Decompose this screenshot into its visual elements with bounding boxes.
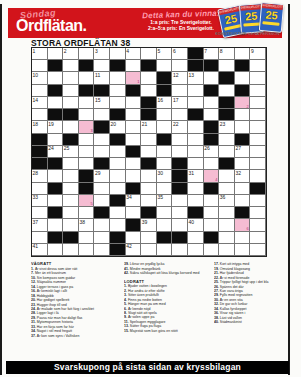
grid-cell[interactable] <box>94 219 110 231</box>
grid-cell[interactable] <box>235 121 251 133</box>
grid-cell[interactable] <box>250 109 266 121</box>
grid-cell[interactable] <box>94 60 110 72</box>
solution-letter-index: 4 <box>215 177 217 182</box>
grid-cell[interactable] <box>219 232 235 244</box>
grid-cell[interactable] <box>250 134 266 146</box>
clue-number: 33 <box>33 194 39 200</box>
black-cell <box>204 85 220 97</box>
black-cell <box>141 60 157 72</box>
grid-cell[interactable]: 13 <box>188 72 204 84</box>
grid-cell[interactable] <box>188 183 204 195</box>
ordflatan-logo: Söndag Ordflätan. <box>16 10 136 38</box>
grid-cell[interactable]: 27 <box>235 146 251 158</box>
clue-number: 31 <box>189 170 195 176</box>
grid-cell[interactable] <box>172 60 188 72</box>
grid-cell[interactable] <box>141 134 157 146</box>
clue-number: 21 <box>142 121 148 127</box>
grid-cell[interactable]: 1 <box>32 48 48 60</box>
prize-line-2: 2:a–5:a pris: En Sverigelott. <box>140 25 222 31</box>
black-cell <box>204 134 220 146</box>
black-cell <box>79 60 95 72</box>
black-cell <box>110 60 126 72</box>
grid-cell[interactable] <box>172 146 188 158</box>
grid-cell[interactable]: 32 <box>235 170 251 182</box>
crossword-grid: 1234567891011112131415161721819320212223… <box>31 47 267 257</box>
clue-number: 25 <box>64 145 70 151</box>
black-cell <box>63 232 79 244</box>
grid-cell[interactable] <box>126 232 142 244</box>
grid-cell[interactable]: 7 <box>204 48 220 60</box>
clue-number: 10 <box>33 72 39 78</box>
grid-cell[interactable] <box>79 146 95 158</box>
grid-cell[interactable] <box>79 244 95 256</box>
grid-cell[interactable] <box>204 109 220 121</box>
grid-cell[interactable] <box>204 195 220 207</box>
grid-cell[interactable] <box>188 134 204 146</box>
clue-number: 41 <box>33 243 39 249</box>
grid-cell[interactable] <box>79 72 95 84</box>
solution-letter-index: 3 <box>91 128 93 133</box>
grid-cell[interactable] <box>141 195 157 207</box>
grid-cell[interactable] <box>219 183 235 195</box>
grid-cell[interactable] <box>48 134 64 146</box>
clue-number: 14 <box>33 97 39 103</box>
clue-number: 20 <box>111 121 117 127</box>
clue-number: 1 <box>33 48 36 54</box>
grid-cell[interactable]: 6 <box>172 48 188 60</box>
grid-cell[interactable] <box>219 170 235 182</box>
grid-cell[interactable] <box>94 183 110 195</box>
grid-cell[interactable] <box>48 244 64 256</box>
grid-cell[interactable] <box>63 170 79 182</box>
grid-cell[interactable] <box>126 158 142 170</box>
clue-number: 26 <box>204 145 210 151</box>
grid-cell[interactable]: 8 <box>219 48 235 60</box>
across-heading: VÅGRÄTT <box>31 262 123 266</box>
black-cell <box>235 134 251 146</box>
clue-number: 3 <box>95 48 98 54</box>
black-cell <box>79 183 95 195</box>
black-cell <box>235 60 251 72</box>
clue-number: 16 <box>157 97 163 103</box>
grid-cell[interactable]: 11 <box>94 72 110 84</box>
grid-cell[interactable] <box>126 170 142 182</box>
grid-cell[interactable] <box>250 207 266 219</box>
grid-cell[interactable] <box>63 219 79 231</box>
grid-cell[interactable] <box>250 170 266 182</box>
grid-cell[interactable] <box>94 134 110 146</box>
grid-cell[interactable] <box>250 195 266 207</box>
clue-number: 13 <box>189 72 195 78</box>
black-cell <box>110 134 126 146</box>
black-cell <box>188 207 204 219</box>
grid-cell[interactable] <box>188 85 204 97</box>
clue-number: 2 <box>64 48 67 54</box>
black-cell <box>110 232 126 244</box>
grid-cell[interactable] <box>110 97 126 109</box>
black-cell <box>48 60 64 72</box>
grid-cell[interactable] <box>110 207 126 219</box>
black-cell <box>126 183 142 195</box>
grid-cell[interactable] <box>79 207 95 219</box>
grid-cell[interactable] <box>157 146 173 158</box>
grid-cell[interactable]: 33 <box>32 195 48 207</box>
black-cell <box>141 207 157 219</box>
grid-cell[interactable] <box>110 219 126 231</box>
black-cell <box>219 97 235 109</box>
grid-cell[interactable] <box>188 232 204 244</box>
grid-cell[interactable]: 10 <box>32 72 48 84</box>
grid-cell[interactable]: 30 <box>157 170 173 182</box>
black-cell <box>219 158 235 170</box>
grid-cell[interactable] <box>250 219 266 231</box>
solution-cell[interactable]: 6 <box>235 219 251 231</box>
grid-cell[interactable] <box>32 60 48 72</box>
grid-cell[interactable]: 22 <box>172 121 188 133</box>
logo-main-ordflatan: Ordflätan. <box>16 17 87 35</box>
grid-cell[interactable]: 26 <box>204 146 220 158</box>
grid-cell[interactable] <box>63 207 79 219</box>
grid-cell[interactable] <box>48 195 64 207</box>
grid-cell[interactable] <box>48 97 64 109</box>
solution-cell[interactable]: 3 <box>79 121 95 133</box>
clue-number: 5 <box>157 48 160 54</box>
grid-cell[interactable] <box>235 232 251 244</box>
grid-cell[interactable] <box>235 48 251 60</box>
grid-cell[interactable]: 37 <box>32 219 48 231</box>
grid-cell[interactable] <box>157 158 173 170</box>
grid-cell[interactable] <box>141 72 157 84</box>
down-heading: LODRÄTT <box>124 279 212 283</box>
black-cell <box>126 146 142 158</box>
grid-cell[interactable] <box>157 219 173 231</box>
grid-cell[interactable] <box>250 158 266 170</box>
black-cell <box>141 97 157 109</box>
grid-cell[interactable] <box>110 146 126 158</box>
solution-letter-index: 1 <box>137 79 139 84</box>
black-cell <box>188 60 204 72</box>
grid-cell[interactable] <box>63 60 79 72</box>
grid-cell[interactable] <box>188 244 204 256</box>
grid-cell[interactable] <box>32 85 48 97</box>
grid-cell[interactable]: 41 <box>32 244 48 256</box>
page-border-right <box>288 4 290 375</box>
grid-cell[interactable]: 14 <box>32 97 48 109</box>
grid-cell[interactable] <box>141 146 157 158</box>
grid-cell[interactable] <box>157 244 173 256</box>
grid-cell[interactable]: 28 <box>32 170 48 182</box>
grid-cell[interactable] <box>94 195 110 207</box>
grid-cell[interactable] <box>79 48 95 60</box>
grid-cell[interactable] <box>126 109 142 121</box>
black-cell <box>94 207 110 219</box>
grid-cell[interactable] <box>172 109 188 121</box>
grid-cell[interactable] <box>63 72 79 84</box>
grid-cell[interactable] <box>110 158 126 170</box>
black-cell <box>219 72 235 84</box>
across-clue: 42. Säkra sällskapet att lösa kluriga ko… <box>124 271 212 275</box>
black-cell <box>172 232 188 244</box>
grid-cell[interactable] <box>48 170 64 182</box>
grid-cell[interactable] <box>219 146 235 158</box>
grid-cell[interactable] <box>235 72 251 84</box>
grid-cell[interactable] <box>110 85 126 97</box>
grid-cell[interactable] <box>235 183 251 195</box>
grid-cell[interactable] <box>79 97 95 109</box>
grid-cell[interactable]: 35 <box>157 195 173 207</box>
grid-cell[interactable] <box>141 48 157 60</box>
grid-cell[interactable] <box>172 85 188 97</box>
grid-cell[interactable] <box>32 183 48 195</box>
clue-number: 32 <box>235 170 241 176</box>
grid-cell[interactable]: 16 <box>157 97 173 109</box>
grid-cell[interactable] <box>126 97 142 109</box>
across-clue: 37. Är kon som syns i Valfisken <box>31 334 123 338</box>
black-cell <box>48 232 64 244</box>
black-cell <box>48 183 64 195</box>
clue-number: 4 <box>126 48 129 54</box>
black-cell <box>235 207 251 219</box>
grid-cell[interactable] <box>172 195 188 207</box>
clue-number: 12 <box>173 72 179 78</box>
clue-number: 6 <box>173 48 176 54</box>
grid-cell[interactable] <box>63 97 79 109</box>
grid-cell[interactable]: 5 <box>157 48 173 60</box>
grid-cell[interactable]: 24 <box>48 146 64 158</box>
grid-cell[interactable] <box>219 134 235 146</box>
black-cell <box>250 183 266 195</box>
constructor-name: LENA PERSSON <box>249 31 280 36</box>
solution-cell[interactable]: 4 <box>204 170 220 182</box>
page-border-left <box>0 4 2 375</box>
grid-cell[interactable] <box>110 48 126 60</box>
grid-cell[interactable] <box>219 244 235 256</box>
clue-number: 40 <box>189 219 195 225</box>
clue-number: 30 <box>157 170 163 176</box>
grid-cell[interactable]: 2 <box>63 48 79 60</box>
grid-cell[interactable] <box>63 244 79 256</box>
grid-cell[interactable] <box>188 195 204 207</box>
down-clue: 15. Majestät som kan göra en stött <box>124 329 212 333</box>
black-cell <box>157 85 173 97</box>
clue-number: 37 <box>33 219 39 225</box>
grid-cell[interactable]: 36 <box>219 195 235 207</box>
grid-cell[interactable]: 25 <box>63 146 79 158</box>
black-cell <box>157 134 173 146</box>
clue-number: 9 <box>251 48 254 54</box>
grid-cell[interactable] <box>157 207 173 219</box>
grid-cell[interactable] <box>157 60 173 72</box>
grid-cell[interactable] <box>141 232 157 244</box>
grid-cell[interactable] <box>219 219 235 231</box>
black-cell <box>63 109 79 121</box>
down-clue: 40. Städmaskinist <box>214 320 287 324</box>
grid-cell[interactable] <box>79 232 95 244</box>
solution-cell[interactable]: 2 <box>235 97 251 109</box>
grid-cell[interactable]: 34 <box>126 195 142 207</box>
black-cell <box>79 170 95 182</box>
grid-cell[interactable] <box>79 134 95 146</box>
grid-cell[interactable] <box>250 85 266 97</box>
grid-cell[interactable] <box>172 244 188 256</box>
grid-cell[interactable] <box>172 134 188 146</box>
grid-cell[interactable] <box>126 207 142 219</box>
black-cell <box>110 244 126 256</box>
black-cell <box>172 170 188 182</box>
grid-cell[interactable] <box>219 60 235 72</box>
solution-cell[interactable]: 1 <box>126 72 142 84</box>
grid-cell[interactable] <box>110 72 126 84</box>
black-cell <box>157 72 173 84</box>
constructor-credit: KONSTRUKTÖR: LENA PERSSON <box>215 31 295 36</box>
grid-cell[interactable] <box>188 146 204 158</box>
black-cell <box>110 109 126 121</box>
grid-cell[interactable]: 29 <box>94 170 110 182</box>
grid-cell[interactable] <box>110 170 126 182</box>
grid-cell[interactable] <box>94 146 110 158</box>
grid-cell[interactable]: 9 <box>250 48 266 60</box>
black-cell <box>204 60 220 72</box>
grid-cell[interactable] <box>94 109 110 121</box>
grid-cell[interactable] <box>219 207 235 219</box>
grid-cell[interactable] <box>48 219 64 231</box>
clue-number: 22 <box>173 121 179 127</box>
grid-cell[interactable] <box>204 72 220 84</box>
clue-number: 18 <box>33 121 39 127</box>
clue-number: 35 <box>157 194 163 200</box>
solution-letter-index: 5 <box>91 201 93 206</box>
grid-cell[interactable] <box>250 72 266 84</box>
grid-cell[interactable] <box>219 85 235 97</box>
grid-cell[interactable] <box>204 244 220 256</box>
grid-cell[interactable] <box>141 244 157 256</box>
black-cell <box>157 232 173 244</box>
black-cell <box>204 121 220 133</box>
grid-cell[interactable] <box>235 244 251 256</box>
grid-cell[interactable] <box>141 183 157 195</box>
grid-cell[interactable] <box>63 195 79 207</box>
grid-cell[interactable]: 17 <box>172 97 188 109</box>
grid-cell[interactable] <box>235 109 251 121</box>
grid-cell[interactable] <box>79 158 95 170</box>
grid-cell[interactable] <box>235 158 251 170</box>
newspaper-page: { "page": { "masthead": { "logo_script":… <box>0 0 301 377</box>
grid-cell[interactable] <box>141 85 157 97</box>
grid-cell[interactable] <box>204 207 220 219</box>
grid-cell[interactable] <box>204 97 220 109</box>
clue-number: 8 <box>220 48 223 54</box>
clue-number: 7 <box>204 48 207 54</box>
black-cell <box>126 219 142 231</box>
clue-number: 11 <box>95 72 100 78</box>
grid-cell[interactable]: 40 <box>188 219 204 231</box>
grid-cell[interactable] <box>141 170 157 182</box>
grid-cell[interactable] <box>250 121 266 133</box>
clue-number: 19 <box>48 121 54 127</box>
grid-cell[interactable]: 20 <box>110 121 126 133</box>
grid-cell[interactable] <box>172 219 188 231</box>
black-cell <box>235 85 251 97</box>
clue-number: 23 <box>220 121 226 127</box>
grid-cell[interactable]: 39 <box>141 219 157 231</box>
grid-cell[interactable]: 42 <box>126 244 142 256</box>
grid-cell[interactable] <box>172 207 188 219</box>
grid-cell[interactable] <box>126 134 142 146</box>
grid-cell[interactable] <box>250 232 266 244</box>
grid-cell[interactable]: 19 <box>48 121 64 133</box>
grid-cell[interactable] <box>126 121 142 133</box>
grid-cell[interactable] <box>126 60 142 72</box>
grid-cell[interactable] <box>235 195 251 207</box>
grid-cell[interactable] <box>250 60 266 72</box>
grid-cell[interactable]: 31 <box>188 170 204 182</box>
grid-cell[interactable] <box>188 97 204 109</box>
grid-cell[interactable]: 4 <box>126 48 142 60</box>
grid-cell[interactable] <box>32 232 48 244</box>
solution-cell[interactable]: 5 <box>79 195 95 207</box>
black-cell <box>48 207 64 219</box>
grid-cell[interactable] <box>188 121 204 133</box>
black-cell <box>79 85 95 97</box>
grid-cell[interactable] <box>32 109 48 121</box>
grid-cell[interactable] <box>204 219 220 231</box>
grid-cell[interactable] <box>94 244 110 256</box>
black-cell <box>110 195 126 207</box>
grid-cell[interactable] <box>110 183 126 195</box>
grid-cell[interactable]: 12 <box>172 72 188 84</box>
grid-cell[interactable]: 23 <box>219 121 235 133</box>
grid-cell[interactable]: 18 <box>32 121 48 133</box>
clue-column-middle: 39. Liknar en prydlig lycka41. Mindre ma… <box>124 262 212 333</box>
grid-cell[interactable] <box>63 183 79 195</box>
grid-cell[interactable] <box>32 207 48 219</box>
grid-cell[interactable] <box>94 232 110 244</box>
grid-cell[interactable] <box>250 97 266 109</box>
grid-cell[interactable]: 38 <box>79 219 95 231</box>
grid-cell[interactable] <box>48 72 64 84</box>
clue-number: 28 <box>33 170 39 176</box>
grid-cell[interactable] <box>63 85 79 97</box>
clue-number: 42 <box>126 243 132 249</box>
clue-number: 36 <box>220 194 226 200</box>
grid-cell[interactable]: 15 <box>94 97 110 109</box>
black-cell <box>48 158 64 170</box>
grid-cell[interactable] <box>188 158 204 170</box>
grid-cell[interactable] <box>157 183 173 195</box>
black-cell <box>94 121 110 133</box>
clue-column-down: 17. Kort att intyga med19. Omvänd klagos… <box>214 262 287 324</box>
grid-cell[interactable] <box>79 109 95 121</box>
clue-number: 24 <box>48 145 54 151</box>
grid-cell[interactable] <box>204 158 220 170</box>
grid-cell[interactable] <box>48 48 64 60</box>
black-cell <box>48 85 64 97</box>
constructor-label: KONSTRUKTÖR: <box>215 31 247 36</box>
grid-cell[interactable] <box>250 146 266 158</box>
grid-cell[interactable] <box>157 121 173 133</box>
grid-cell[interactable] <box>63 158 79 170</box>
grid-cell[interactable] <box>63 121 79 133</box>
clue-number: 39 <box>142 219 148 225</box>
black-cell <box>32 158 48 170</box>
black-cell <box>141 158 157 170</box>
grid-cell[interactable] <box>157 109 173 121</box>
grid-cell[interactable]: 21 <box>141 121 157 133</box>
grid-cell[interactable]: 3 <box>94 48 110 60</box>
lottery-ticket: SVERIGELOTT 25 <box>259 2 284 33</box>
grid-cell[interactable] <box>250 244 266 256</box>
clue-number: 27 <box>235 145 241 151</box>
